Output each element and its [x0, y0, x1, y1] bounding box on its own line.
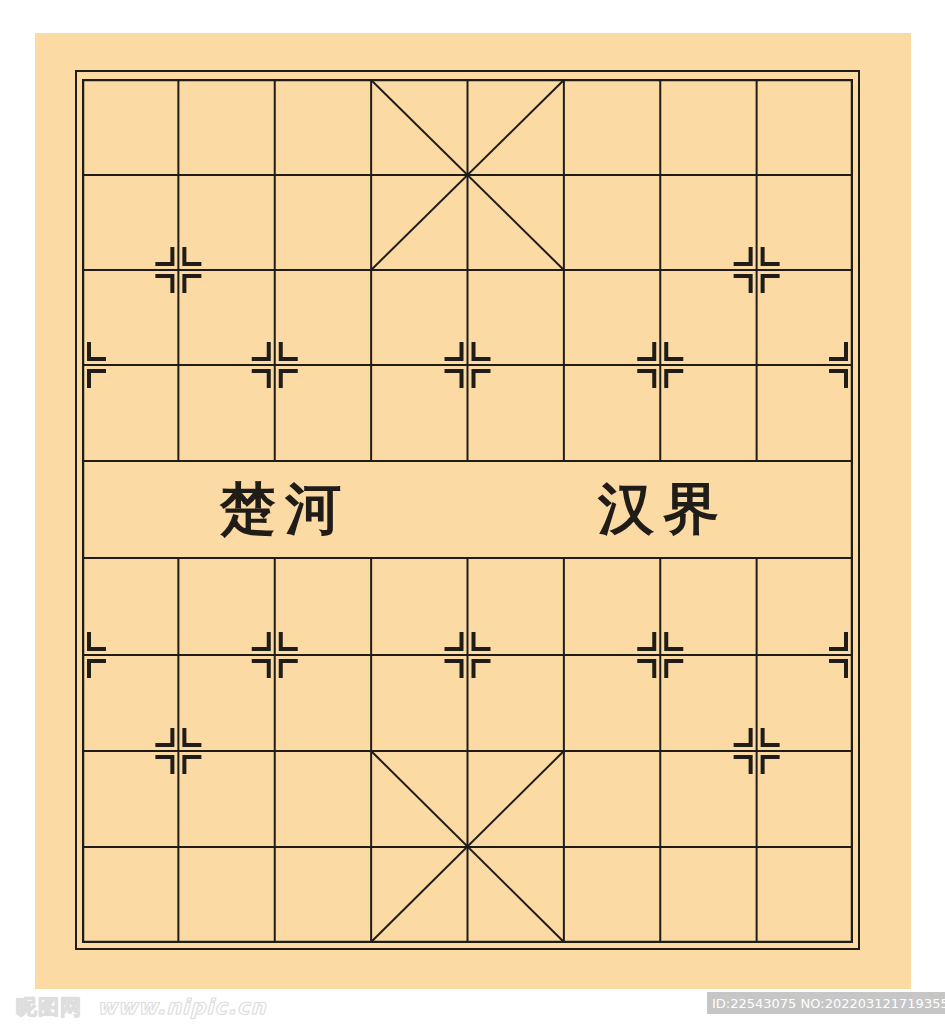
board-cell	[757, 847, 853, 943]
board-cell	[564, 655, 660, 751]
watermark-id-badge: ID:22543075 NO:20220312171935580109	[707, 992, 945, 1014]
board-cell	[82, 558, 178, 655]
board-cell	[275, 175, 371, 270]
board-cell	[468, 175, 564, 270]
watermark-site-url: www.nipic.cn	[97, 995, 266, 1019]
river-band: 楚河 汉界	[82, 461, 853, 558]
board-cell	[371, 79, 467, 175]
board-cell	[468, 270, 564, 365]
board-cell	[82, 655, 178, 751]
board-cell	[178, 751, 274, 847]
board-cell	[564, 558, 660, 655]
board-cell	[468, 558, 564, 655]
board-cell	[371, 558, 467, 655]
xiangqi-board: 楚河 汉界	[82, 79, 853, 943]
board-cell	[757, 558, 853, 655]
board-cell	[178, 79, 274, 175]
page-background: 楚河 汉界 昵图网 www.nipic.cn ID:22543075 NO:20…	[0, 0, 945, 1024]
river-label-chu-he: 楚河	[220, 479, 350, 535]
board-cell	[275, 751, 371, 847]
board-cell	[757, 655, 853, 751]
board-cell	[178, 365, 274, 461]
board-cell	[660, 270, 756, 365]
board-cell	[371, 655, 467, 751]
board-cell	[468, 847, 564, 943]
board-cell	[660, 175, 756, 270]
board-cell	[178, 558, 274, 655]
board-cell	[468, 655, 564, 751]
watermark-id-text: ID:22543075 NO:20220312171935580109	[712, 996, 945, 1011]
board-cell	[660, 365, 756, 461]
board-cell	[660, 847, 756, 943]
board-cell	[82, 847, 178, 943]
board-cell	[178, 847, 274, 943]
board-cell	[82, 365, 178, 461]
board-cell	[564, 79, 660, 175]
board-cell	[564, 175, 660, 270]
board-cell	[178, 175, 274, 270]
board-cell	[82, 751, 178, 847]
board-cell	[660, 558, 756, 655]
board-cell	[757, 365, 853, 461]
board-cell	[564, 847, 660, 943]
board-cell	[275, 655, 371, 751]
watermark-logo: 昵图网 www.nipic.cn	[16, 993, 266, 1021]
board-cell	[468, 79, 564, 175]
board-canvas: 楚河 汉界	[35, 33, 911, 989]
board-cell	[275, 270, 371, 365]
board-cell	[660, 751, 756, 847]
board-cell	[275, 558, 371, 655]
watermark-site-name: 昵图网	[16, 995, 82, 1019]
board-cell	[275, 847, 371, 943]
board-cell	[564, 270, 660, 365]
board-cell	[371, 365, 467, 461]
board-cell	[82, 175, 178, 270]
board-cell	[371, 751, 467, 847]
board-cell	[371, 175, 467, 270]
board-cell	[564, 365, 660, 461]
river-label-han-jie: 汉界	[598, 479, 728, 535]
board-cell	[660, 79, 756, 175]
board-cell	[275, 365, 371, 461]
board-cell	[468, 751, 564, 847]
board-cell	[371, 270, 467, 365]
board-cell	[82, 79, 178, 175]
board-cell	[660, 655, 756, 751]
board-cell	[178, 655, 274, 751]
board-cell	[564, 751, 660, 847]
board-cell	[468, 365, 564, 461]
board-cell	[757, 175, 853, 270]
board-cell	[178, 270, 274, 365]
board-cell	[757, 270, 853, 365]
board-cell	[275, 79, 371, 175]
board-cell	[757, 79, 853, 175]
board-cell	[82, 270, 178, 365]
board-cell	[757, 751, 853, 847]
board-cell	[371, 847, 467, 943]
